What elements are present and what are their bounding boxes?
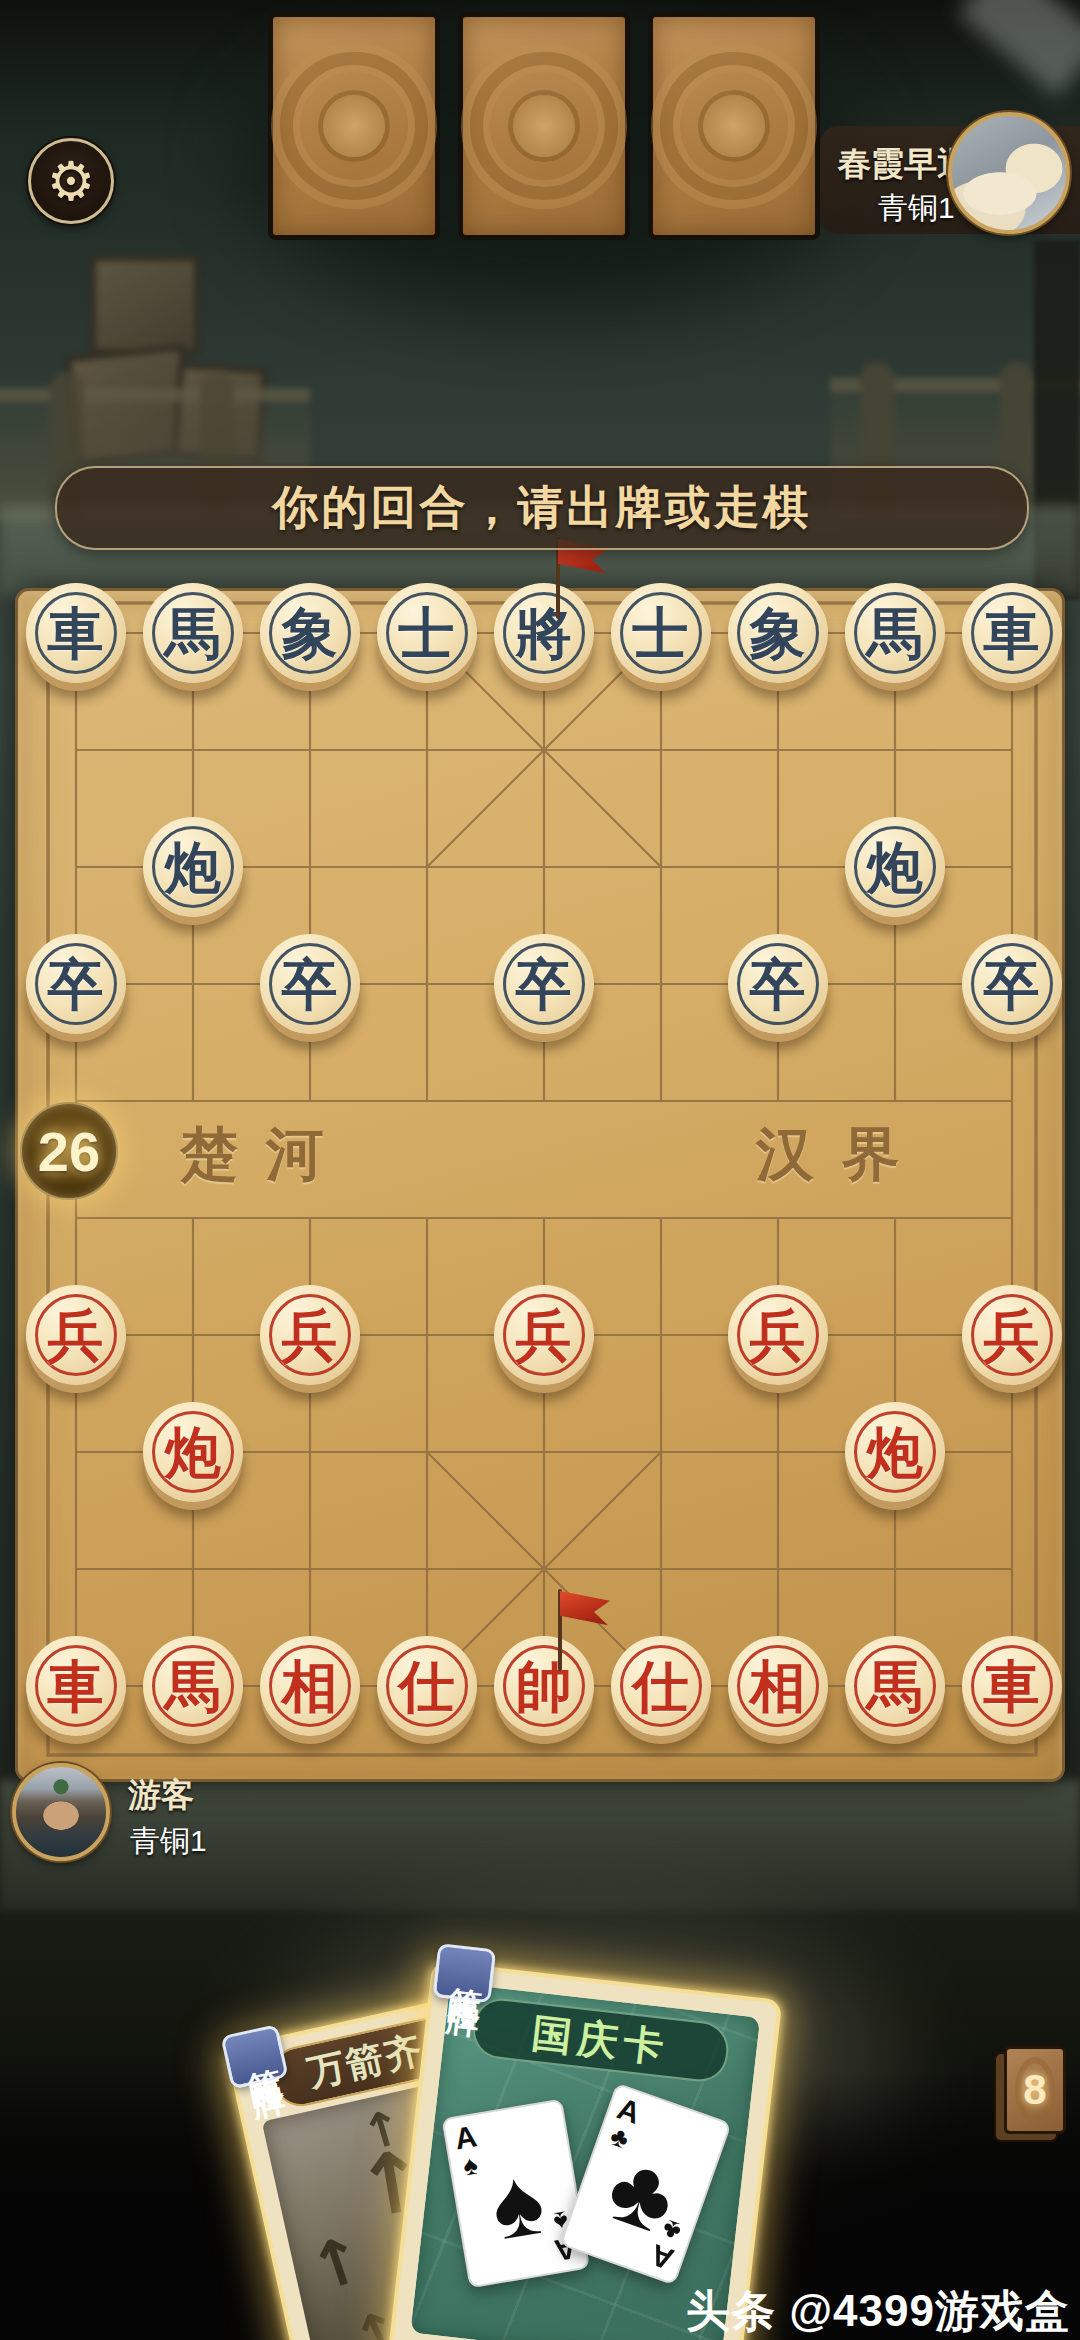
piece-glyph: 炮: [867, 839, 923, 895]
black-piece[interactable]: 卒: [494, 934, 594, 1034]
opponent-rank-badge: 青铜1: [878, 188, 955, 229]
board-point[interactable]: [134, 1042, 251, 1159]
piece-glyph: 車: [48, 1658, 104, 1714]
black-piece[interactable]: 象: [260, 583, 360, 683]
board-point[interactable]: [17, 1510, 134, 1627]
board-point[interactable]: [836, 1159, 953, 1276]
player-rank-badge: 青铜1: [130, 1821, 207, 1862]
turn-timer-badge: 26: [20, 1102, 118, 1200]
board-point[interactable]: [134, 1276, 251, 1393]
board-point[interactable]: 卒: [485, 925, 602, 1042]
settings-button[interactable]: ⚙: [28, 138, 114, 224]
piece-glyph: 卒: [282, 956, 338, 1012]
red-piece[interactable]: 炮: [845, 1402, 945, 1502]
board-point[interactable]: [485, 1159, 602, 1276]
turn-timer-value: 26: [38, 1119, 100, 1184]
board-point[interactable]: [953, 1393, 1070, 1510]
board-point[interactable]: 兵: [485, 1276, 602, 1393]
piece-glyph: 兵: [984, 1307, 1040, 1363]
piece-glyph: 卒: [750, 956, 806, 1012]
board-point[interactable]: [602, 1510, 719, 1627]
board-point[interactable]: 卒: [953, 925, 1070, 1042]
piece-glyph: 士: [399, 605, 455, 661]
board-point[interactable]: [602, 808, 719, 925]
board-point[interactable]: [836, 691, 953, 808]
board-point[interactable]: 馬: [134, 574, 251, 691]
opponent-hand: [268, 12, 820, 240]
spade-icon: ♠: [484, 2152, 550, 2255]
black-piece[interactable]: 象: [728, 583, 828, 683]
board-point[interactable]: [485, 808, 602, 925]
black-piece[interactable]: 馬: [143, 583, 243, 683]
black-piece[interactable]: 士: [377, 583, 477, 683]
black-piece[interactable]: 卒: [728, 934, 828, 1034]
board-point[interactable]: [953, 1042, 1070, 1159]
board-point[interactable]: [836, 1276, 953, 1393]
piece-glyph: 車: [48, 605, 104, 661]
black-piece[interactable]: 卒: [962, 934, 1062, 1034]
piece-glyph: 車: [984, 605, 1040, 661]
red-piece[interactable]: 兵: [728, 1285, 828, 1385]
piece-glyph: 卒: [984, 956, 1040, 1012]
board-point[interactable]: 兵: [719, 1276, 836, 1393]
board-point[interactable]: [134, 925, 251, 1042]
board-point[interactable]: [719, 1159, 836, 1276]
board-point[interactable]: 象: [251, 574, 368, 691]
board-point[interactable]: [602, 1393, 719, 1510]
red-piece[interactable]: 馬: [143, 1636, 243, 1736]
piece-glyph: 炮: [165, 1424, 221, 1480]
board-point[interactable]: 車: [17, 574, 134, 691]
red-piece[interactable]: 兵: [26, 1285, 126, 1385]
piece-glyph: 兵: [750, 1307, 806, 1363]
board-point[interactable]: 士: [602, 574, 719, 691]
piece-glyph: 卒: [516, 956, 572, 1012]
board-point[interactable]: [836, 925, 953, 1042]
board-point[interactable]: [602, 1276, 719, 1393]
red-piece[interactable]: 兵: [260, 1285, 360, 1385]
board-point[interactable]: [485, 1042, 602, 1159]
piece-glyph: 兵: [282, 1307, 338, 1363]
red-piece[interactable]: 兵: [962, 1285, 1062, 1385]
board-point[interactable]: [251, 808, 368, 925]
piece-glyph: 炮: [867, 1424, 923, 1480]
red-piece[interactable]: 相: [728, 1636, 828, 1736]
piece-glyph: 象: [282, 605, 338, 661]
board-point[interactable]: [602, 1042, 719, 1159]
board-point[interactable]: 炮: [134, 808, 251, 925]
opponent-card-back: [648, 12, 820, 240]
board-point[interactable]: [836, 1042, 953, 1159]
board-point[interactable]: [485, 1393, 602, 1510]
board-point[interactable]: [251, 691, 368, 808]
gear-icon: ⚙: [47, 154, 95, 208]
board-point[interactable]: [368, 691, 485, 808]
board-point[interactable]: [17, 691, 134, 808]
red-piece[interactable]: 仕: [611, 1636, 711, 1736]
board-point[interactable]: [719, 691, 836, 808]
piece-glyph: 馬: [867, 605, 923, 661]
piece-glyph: 象: [750, 605, 806, 661]
board-point[interactable]: [719, 1393, 836, 1510]
board-point[interactable]: 馬: [836, 1627, 953, 1744]
piece-glyph: 車: [984, 1658, 1040, 1714]
player-info: 游客 青铜1: [0, 1755, 420, 1885]
board-point[interactable]: 士: [368, 574, 485, 691]
game-screen: ⚙ 春霞早退 青铜1 你的回合，请出牌或走棋 楚河 汉界: [0, 0, 1080, 2340]
board-point[interactable]: 卒: [719, 925, 836, 1042]
black-piece[interactable]: 車: [26, 583, 126, 683]
board-point[interactable]: [953, 1510, 1070, 1627]
background-crates: [70, 255, 270, 465]
board-point[interactable]: 仕: [368, 1627, 485, 1744]
board-point[interactable]: [368, 808, 485, 925]
board-points: 車馬象士將士象馬車炮炮卒卒卒卒卒兵兵兵兵兵炮炮車馬相仕帥仕相馬車: [17, 574, 1070, 1744]
spade-icon: ♠: [458, 2151, 484, 2181]
board-point[interactable]: [719, 1042, 836, 1159]
board-point[interactable]: [251, 1510, 368, 1627]
piece-glyph: 馬: [165, 605, 221, 661]
board-point[interactable]: 相: [719, 1627, 836, 1744]
board-point[interactable]: [251, 1042, 368, 1159]
red-piece[interactable]: 相: [260, 1636, 360, 1736]
red-piece[interactable]: 車: [26, 1636, 126, 1736]
board-point[interactable]: 車: [953, 1627, 1070, 1744]
board-point[interactable]: 馬: [836, 574, 953, 691]
board-point[interactable]: [17, 808, 134, 925]
board-point[interactable]: [953, 1159, 1070, 1276]
black-piece[interactable]: 車: [962, 583, 1062, 683]
board-point[interactable]: [251, 1159, 368, 1276]
black-piece[interactable]: 卒: [260, 934, 360, 1034]
watermark: 头条 @4399游戏盒: [686, 2282, 1070, 2340]
board-point[interactable]: 兵: [251, 1276, 368, 1393]
xiangqi-board: 楚河 汉界 車馬象士將士象馬車炮炮卒卒卒卒卒兵兵兵兵兵炮炮車馬相仕帥仕相馬車: [15, 588, 1065, 1782]
piece-glyph: 馬: [867, 1658, 923, 1714]
board-point[interactable]: [602, 1159, 719, 1276]
board-point[interactable]: [134, 1510, 251, 1627]
red-piece[interactable]: 馬: [845, 1636, 945, 1736]
board-point[interactable]: [836, 1510, 953, 1627]
piece-glyph: 仕: [399, 1658, 455, 1714]
red-piece[interactable]: 炮: [143, 1402, 243, 1502]
black-piece[interactable]: 炮: [845, 817, 945, 917]
board-point[interactable]: [719, 808, 836, 925]
board-point[interactable]: 相: [251, 1627, 368, 1744]
piece-glyph: 士: [633, 605, 689, 661]
piece-glyph: 卒: [48, 956, 104, 1012]
board-point[interactable]: 馬: [134, 1627, 251, 1744]
board-point[interactable]: [953, 808, 1070, 925]
board-point[interactable]: [368, 1510, 485, 1627]
piece-glyph: 炮: [165, 839, 221, 895]
board-point[interactable]: 卒: [17, 925, 134, 1042]
board-point[interactable]: [953, 691, 1070, 808]
board-point[interactable]: 炮: [836, 1393, 953, 1510]
board-point[interactable]: 仕: [602, 1627, 719, 1744]
card-title: 国庆卡: [529, 2005, 672, 2075]
board-point[interactable]: [485, 691, 602, 808]
board-point[interactable]: [368, 925, 485, 1042]
board-point[interactable]: [134, 1159, 251, 1276]
opponent-card-back: [458, 12, 630, 240]
playing-card-ace-spades: A♠ ♠ A♠: [441, 2099, 590, 2289]
black-piece[interactable]: 炮: [143, 817, 243, 917]
black-piece[interactable]: 士: [611, 583, 711, 683]
piece-glyph: 兵: [48, 1307, 104, 1363]
opponent-avatar[interactable]: [948, 112, 1070, 234]
board-point[interactable]: 兵: [953, 1276, 1070, 1393]
board-point[interactable]: [368, 1276, 485, 1393]
piece-glyph: 馬: [165, 1658, 221, 1714]
board-point[interactable]: 象: [719, 574, 836, 691]
red-general-flag: [546, 1589, 610, 1673]
deck-count-value: 8: [1023, 2066, 1046, 2114]
deck-count-badge: 8: [1004, 2046, 1066, 2134]
board-point[interactable]: [719, 1510, 836, 1627]
board-point[interactable]: [602, 691, 719, 808]
board-point[interactable]: [602, 925, 719, 1042]
board-point[interactable]: 炮: [134, 1393, 251, 1510]
card-title-banner: 国庆卡: [470, 1996, 731, 2085]
board-point[interactable]: [134, 691, 251, 808]
black-piece[interactable]: 馬: [845, 583, 945, 683]
piece-glyph: 相: [282, 1658, 338, 1714]
board-point[interactable]: [368, 1159, 485, 1276]
turn-banner: 你的回合，请出牌或走棋: [55, 466, 1029, 550]
turn-banner-text: 你的回合，请出牌或走棋: [273, 477, 812, 539]
board-point[interactable]: [251, 1393, 368, 1510]
background-pillar: [1034, 240, 1080, 600]
player-name: 游客: [128, 1773, 194, 1818]
board-point[interactable]: 車: [17, 1627, 134, 1744]
board-point[interactable]: 炮: [836, 808, 953, 925]
board-point[interactable]: 兵: [17, 1276, 134, 1393]
piece-glyph: 兵: [516, 1307, 572, 1363]
red-piece[interactable]: 兵: [494, 1285, 594, 1385]
board-point[interactable]: [17, 1393, 134, 1510]
board-point[interactable]: 卒: [251, 925, 368, 1042]
board-point[interactable]: 車: [953, 574, 1070, 691]
board-point[interactable]: [368, 1393, 485, 1510]
piece-glyph: 相: [750, 1658, 806, 1714]
piece-glyph: 仕: [633, 1658, 689, 1714]
black-piece[interactable]: 卒: [26, 934, 126, 1034]
player-avatar[interactable]: [12, 1763, 110, 1861]
card-type-ribbon: 策略牌: [433, 1943, 497, 2003]
red-piece[interactable]: 車: [962, 1636, 1062, 1736]
red-piece[interactable]: 仕: [377, 1636, 477, 1736]
board-point[interactable]: [368, 1042, 485, 1159]
background-streak: [957, 0, 1080, 97]
opponent-card-back: [268, 12, 440, 240]
